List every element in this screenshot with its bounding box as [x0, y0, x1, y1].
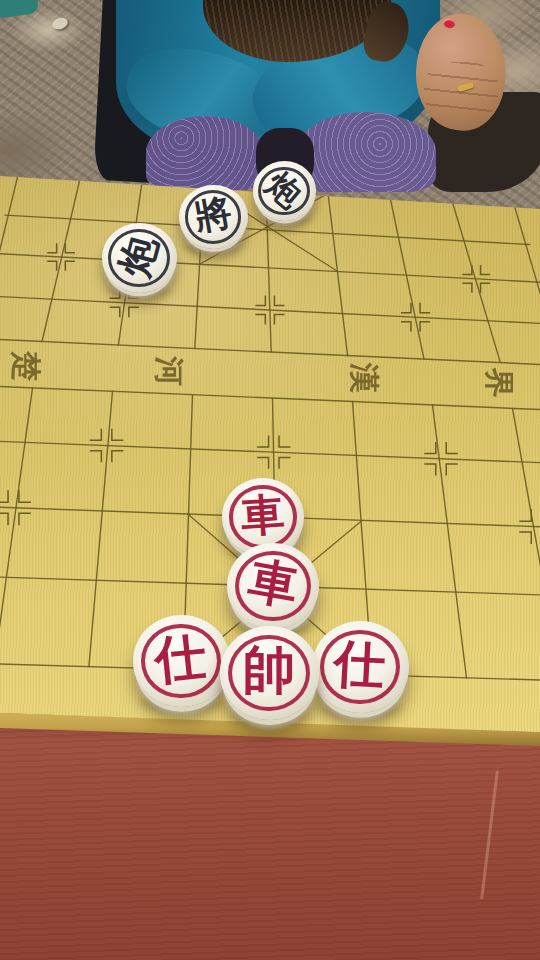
- piece-character: 帥: [222, 628, 315, 714]
- piece-character: 炮: [244, 150, 324, 230]
- piece-character: 車: [223, 538, 322, 631]
- piece-disc: 仕: [312, 621, 409, 712]
- piece-character: 仕: [312, 621, 407, 710]
- piece-black-cannon-right[interactable]: 炮: [253, 161, 316, 220]
- piece-character: 仕: [131, 613, 230, 706]
- piece-red-advisor-right[interactable]: 仕: [312, 621, 409, 712]
- piece-disc: 炮: [253, 161, 316, 220]
- piece-disc: 車: [227, 543, 319, 629]
- piece-disc: 炮: [102, 223, 177, 294]
- piece-black-cannon-left[interactable]: 炮: [102, 223, 177, 294]
- pieces-layer: 炮將炮車車仕仕帥: [0, 0, 540, 960]
- piece-character: 將: [176, 181, 250, 251]
- photo-stage: 楚河漢界 炮將炮車車仕仕帥: [0, 0, 540, 960]
- piece-red-chariot-lower[interactable]: 車: [227, 543, 319, 629]
- piece-disc: 仕: [133, 615, 230, 706]
- piece-red-general[interactable]: 帥: [220, 626, 319, 719]
- piece-disc: 將: [179, 185, 248, 250]
- piece-red-advisor-left[interactable]: 仕: [133, 615, 230, 706]
- piece-black-general[interactable]: 將: [179, 185, 248, 250]
- piece-character: 炮: [99, 214, 180, 299]
- piece-disc: 帥: [220, 626, 319, 719]
